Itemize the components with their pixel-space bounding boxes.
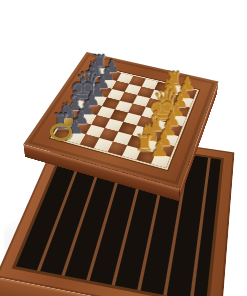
piece-black-queen: ♛ xyxy=(75,67,94,95)
piece-white-knight: ♞ xyxy=(139,119,160,144)
piece-black-bishop: ♝ xyxy=(64,87,84,113)
drawer-ring-pull xyxy=(50,118,80,139)
piece-black-king: ♚ xyxy=(69,74,89,105)
piece-white-rook: ♜ xyxy=(165,69,184,89)
piece-white-pawn: ♟ xyxy=(178,73,197,91)
piece-white-king: ♚ xyxy=(148,92,169,124)
piece-black-pawn: ♟ xyxy=(87,80,107,99)
piece-black-knight: ♞ xyxy=(86,58,105,80)
piece-black-pawn: ♟ xyxy=(76,97,96,116)
piece-white-pawn: ♟ xyxy=(148,137,170,158)
piece-white-pawn: ♟ xyxy=(166,99,186,118)
piece-black-rook: ♜ xyxy=(91,52,109,71)
piece-black-pawn: ♟ xyxy=(98,64,117,82)
piece-black-bishop: ♝ xyxy=(80,62,99,87)
piece-black-pawn: ♟ xyxy=(93,72,112,90)
piece-white-pawn: ♟ xyxy=(174,82,194,101)
ring-hoop xyxy=(50,123,72,141)
piece-white-pawn: ♟ xyxy=(158,117,179,137)
piece-white-pawn: ♟ xyxy=(153,127,174,147)
piece-white-queen: ♛ xyxy=(152,86,172,115)
piece-white-bishop: ♝ xyxy=(144,107,165,134)
piece-white-pawn: ♟ xyxy=(170,90,190,109)
piece-black-pawn: ♟ xyxy=(82,88,102,107)
piece-black-pawn: ♟ xyxy=(103,56,122,74)
piece-white-knight: ♞ xyxy=(161,75,180,97)
piece-white-rook: ♜ xyxy=(134,132,156,155)
piece-white-bishop: ♝ xyxy=(157,80,177,106)
piece-white-pawn: ♟ xyxy=(162,108,183,128)
chess-set-product-photo: ♜♞♝♛♚♝♞♜♟♟♟♟♟♟♟♟♜♞♝♛♚♝♞♜♟♟♟♟♟♟♟♟ xyxy=(0,0,247,296)
